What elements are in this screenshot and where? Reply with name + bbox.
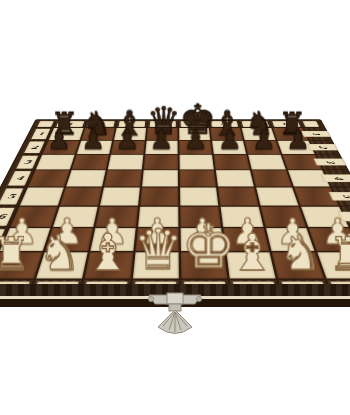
- square-h5: [20, 187, 64, 205]
- square-b1: ♞: [242, 128, 276, 140]
- light-pawn-a7: ♟: [316, 215, 350, 249]
- square-c1: ♝: [210, 128, 242, 140]
- file-label-top-a: a: [270, 121, 302, 128]
- square-f7: ♟: [90, 228, 135, 251]
- chess-board: hgfedcba1♜♞♝♛♚♝♞♜12♟♟♟♟♟♟♟♟2334455667♟♟♟…: [0, 120, 350, 301]
- square-g3: [72, 155, 109, 170]
- file-label-top-c: c: [209, 121, 239, 128]
- square-d8: ♚: [181, 252, 227, 278]
- file-label-top-h-text: h: [56, 121, 84, 126]
- square-d4: [180, 170, 216, 186]
- rank-label-right-2-text: 2: [307, 144, 338, 150]
- file-label-top-b-text: b: [242, 121, 270, 126]
- square-e1: ♛: [147, 128, 178, 140]
- file-label-top-b: b: [240, 121, 271, 128]
- light-pawn-b7: ♟: [271, 215, 314, 249]
- square-b4: [252, 170, 292, 186]
- square-f3: [108, 155, 144, 170]
- square-d6: [180, 207, 221, 227]
- rank-label-left-4-text: 4: [8, 171, 31, 185]
- square-d2: ♟: [179, 141, 212, 154]
- square-c4: [216, 170, 254, 186]
- square-h2: ♟: [43, 141, 80, 154]
- corner-tile-top-left: [35, 121, 55, 128]
- square-e2: ♟: [145, 141, 177, 154]
- square-a6: [301, 207, 349, 227]
- square-b3: [248, 155, 286, 170]
- square-b8: ♞: [272, 252, 324, 278]
- file-label-top-f: f: [117, 121, 147, 128]
- light-pawn-g7: ♟: [46, 215, 89, 249]
- file-label-top-f-text: f: [118, 121, 145, 126]
- dark-king-d1: ♚: [179, 100, 210, 139]
- rank-label-right-1-text: 1: [301, 131, 331, 137]
- light-pawn-f7: ♟: [91, 215, 134, 249]
- square-d1: ♚: [179, 128, 210, 140]
- square-e3: [144, 155, 178, 170]
- rank-label-left-3-text: 3: [16, 156, 38, 169]
- file-label-top-e: e: [148, 121, 178, 128]
- file-label-top-d: d: [179, 121, 209, 128]
- square-d3: [180, 155, 214, 170]
- square-c8: ♝: [226, 252, 275, 278]
- square-e7: ♟: [136, 228, 179, 251]
- square-f8: ♝: [85, 252, 134, 278]
- square-b2: ♟: [245, 141, 281, 154]
- rank-label-left-1-text: 1: [31, 129, 50, 140]
- rank-label-left-2-text: 2: [24, 141, 45, 153]
- square-h4: [28, 170, 69, 186]
- corner-tile-top-right: [301, 121, 321, 128]
- square-g5: [60, 187, 102, 205]
- file-label-top-e-text: e: [150, 121, 176, 126]
- file-label-top-a-text: a: [272, 121, 300, 126]
- square-a5: [294, 187, 338, 205]
- light-pawn-d7: ♟: [181, 215, 224, 249]
- square-c2: ♟: [212, 141, 246, 154]
- rank-label-right-3-text: 3: [314, 159, 347, 166]
- file-label-top-d-text: d: [181, 121, 207, 126]
- file-label-top-h: h: [54, 121, 86, 128]
- light-pawn-e7: ♟: [136, 215, 179, 249]
- file-label-top-c-text: c: [211, 121, 238, 126]
- file-label-top-g-text: g: [87, 121, 114, 126]
- square-g8: ♞: [36, 252, 88, 278]
- square-g4: [66, 170, 105, 186]
- square-c7: ♟: [223, 228, 269, 251]
- square-f1: ♝: [114, 128, 146, 140]
- square-e8: ♛: [133, 252, 179, 278]
- light-queen-e8: ♛: [133, 223, 179, 276]
- square-f4: [104, 170, 142, 186]
- square-f2: ♟: [111, 141, 145, 154]
- light-pawn-c7: ♟: [226, 215, 269, 249]
- corner-tile: [37, 121, 53, 126]
- square-e4: [142, 170, 178, 186]
- file-label-top-g: g: [86, 121, 117, 128]
- clasp-latch-icon: [143, 290, 207, 338]
- square-h1: ♜: [49, 128, 84, 140]
- rank-label-right-4-text: 4: [321, 174, 350, 182]
- corner-tile: [303, 121, 319, 126]
- chess-set-photo: hgfedcba1♜♞♝♛♚♝♞♜12♟♟♟♟♟♟♟♟2334455667♟♟♟…: [0, 0, 350, 415]
- square-b5: [256, 187, 298, 205]
- square-f6: [96, 207, 138, 227]
- square-g1: ♞: [81, 128, 115, 140]
- square-a7: ♟: [309, 228, 350, 251]
- square-h3: [36, 155, 75, 170]
- square-e5: [140, 187, 178, 205]
- square-h7: ♟: [0, 228, 50, 251]
- rank-label-left-5-text: 5: [0, 188, 23, 204]
- square-c6: [221, 207, 264, 227]
- square-c3: [214, 155, 250, 170]
- square-h6: [10, 207, 57, 227]
- square-b7: ♟: [266, 228, 314, 251]
- square-d7: ♟: [181, 228, 224, 251]
- square-h8: ♜: [0, 252, 42, 278]
- square-d5: [180, 187, 218, 205]
- square-f5: [100, 187, 140, 205]
- square-g2: ♟: [77, 141, 112, 154]
- square-g7: ♟: [45, 228, 93, 251]
- light-pawn-h7: ♟: [1, 215, 44, 249]
- square-g6: [53, 207, 98, 227]
- square-e6: [138, 207, 178, 227]
- square-c5: [218, 187, 258, 205]
- square-b6: [261, 207, 306, 227]
